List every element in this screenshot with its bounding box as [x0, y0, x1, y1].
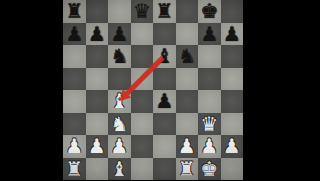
- square-g4[interactable]: [198, 90, 221, 113]
- black-knight[interactable]: ♞: [178, 45, 196, 68]
- black-rook[interactable]: ♜: [155, 0, 173, 22]
- square-e7[interactable]: [153, 23, 176, 46]
- square-a7[interactable]: ♟: [63, 23, 86, 46]
- black-pawn[interactable]: ♟: [88, 22, 106, 45]
- square-h2[interactable]: ♟: [221, 135, 244, 158]
- square-c2[interactable]: ♟: [108, 135, 131, 158]
- square-g2[interactable]: ♟: [198, 135, 221, 158]
- square-b8[interactable]: [86, 0, 109, 23]
- square-g8[interactable]: ♚: [198, 0, 221, 23]
- white-pawn[interactable]: ♟: [65, 135, 83, 158]
- square-c8[interactable]: [108, 0, 131, 23]
- white-pawn[interactable]: ♟: [200, 135, 218, 158]
- letterbox-right: [243, 0, 320, 180]
- square-e5[interactable]: [153, 68, 176, 91]
- white-pawn[interactable]: ♟: [178, 135, 196, 158]
- black-pawn[interactable]: ♟: [65, 22, 83, 45]
- square-b4[interactable]: [86, 90, 109, 113]
- square-a4[interactable]: [63, 90, 86, 113]
- square-e8[interactable]: ♜: [153, 0, 176, 23]
- square-a6[interactable]: [63, 45, 86, 68]
- square-d7[interactable]: [131, 23, 154, 46]
- white-pawn[interactable]: ♟: [110, 135, 128, 158]
- square-d8[interactable]: ♛: [131, 0, 154, 23]
- square-f2[interactable]: ♟: [176, 135, 199, 158]
- white-bishop[interactable]: ♝: [110, 90, 128, 113]
- square-h5[interactable]: [221, 68, 244, 91]
- square-f4[interactable]: [176, 90, 199, 113]
- square-h4[interactable]: [221, 90, 244, 113]
- square-f3[interactable]: [176, 113, 199, 136]
- square-a5[interactable]: [63, 68, 86, 91]
- square-f6[interactable]: ♞: [176, 45, 199, 68]
- black-pawn[interactable]: ♟: [223, 22, 241, 45]
- black-bishop[interactable]: ♝: [155, 45, 173, 68]
- square-d2[interactable]: [131, 135, 154, 158]
- black-pawn[interactable]: ♟: [200, 22, 218, 45]
- square-b6[interactable]: [86, 45, 109, 68]
- square-h8[interactable]: [221, 0, 244, 23]
- square-c5[interactable]: [108, 68, 131, 91]
- square-e4[interactable]: ♟: [153, 90, 176, 113]
- square-e2[interactable]: [153, 135, 176, 158]
- black-king[interactable]: ♚: [200, 0, 218, 22]
- square-e3[interactable]: [153, 113, 176, 136]
- square-d3[interactable]: [131, 113, 154, 136]
- square-d4[interactable]: [131, 90, 154, 113]
- square-c1[interactable]: ♝: [108, 158, 131, 181]
- square-g3[interactable]: ♛: [198, 113, 221, 136]
- square-a1[interactable]: ♜: [63, 158, 86, 181]
- black-rook[interactable]: ♜: [65, 0, 83, 22]
- white-rook[interactable]: ♜: [65, 157, 83, 180]
- square-e6[interactable]: ♝: [153, 45, 176, 68]
- square-h3[interactable]: [221, 113, 244, 136]
- black-queen[interactable]: ♛: [133, 0, 151, 22]
- square-b3[interactable]: [86, 113, 109, 136]
- square-b7[interactable]: ♟: [86, 23, 109, 46]
- square-b1[interactable]: [86, 158, 109, 181]
- square-f7[interactable]: [176, 23, 199, 46]
- square-a8[interactable]: ♜: [63, 0, 86, 23]
- black-pawn[interactable]: ♟: [155, 90, 173, 113]
- square-h7[interactable]: ♟: [221, 23, 244, 46]
- square-a3[interactable]: [63, 113, 86, 136]
- white-pawn[interactable]: ♟: [88, 135, 106, 158]
- letterbox-left: [0, 0, 63, 180]
- square-f8[interactable]: [176, 0, 199, 23]
- square-b2[interactable]: ♟: [86, 135, 109, 158]
- white-rook[interactable]: ♜: [178, 157, 196, 180]
- square-c3[interactable]: ♞: [108, 113, 131, 136]
- square-c6[interactable]: ♞: [108, 45, 131, 68]
- chess-board: ♜♛♜♚♟♟♟♟♟♞♝♞♝♟♞♛♟♟♟♟♟♟♜♝♜♚: [63, 0, 243, 180]
- square-a2[interactable]: ♟: [63, 135, 86, 158]
- square-f1[interactable]: ♜: [176, 158, 199, 181]
- black-pawn[interactable]: ♟: [110, 22, 128, 45]
- square-g5[interactable]: [198, 68, 221, 91]
- square-c7[interactable]: ♟: [108, 23, 131, 46]
- square-b5[interactable]: [86, 68, 109, 91]
- square-g7[interactable]: ♟: [198, 23, 221, 46]
- video-frame: ♜♛♜♚♟♟♟♟♟♞♝♞♝♟♞♛♟♟♟♟♟♟♜♝♜♚: [0, 0, 320, 180]
- square-h6[interactable]: [221, 45, 244, 68]
- square-e1[interactable]: [153, 158, 176, 181]
- white-bishop[interactable]: ♝: [110, 157, 128, 180]
- square-g1[interactable]: ♚: [198, 158, 221, 181]
- white-knight[interactable]: ♞: [110, 112, 128, 135]
- white-king[interactable]: ♚: [200, 157, 218, 180]
- square-h1[interactable]: [221, 158, 244, 181]
- square-f5[interactable]: [176, 68, 199, 91]
- square-d6[interactable]: [131, 45, 154, 68]
- white-pawn[interactable]: ♟: [223, 135, 241, 158]
- square-d5[interactable]: [131, 68, 154, 91]
- square-d1[interactable]: [131, 158, 154, 181]
- square-c4[interactable]: ♝: [108, 90, 131, 113]
- black-knight[interactable]: ♞: [110, 45, 128, 68]
- white-queen[interactable]: ♛: [200, 112, 218, 135]
- square-g6[interactable]: [198, 45, 221, 68]
